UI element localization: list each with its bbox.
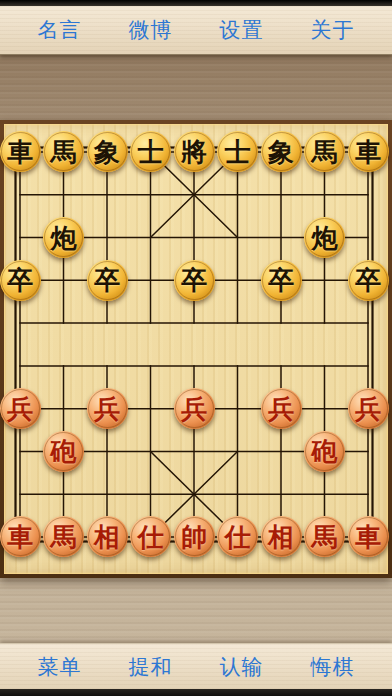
board-point-c5[interactable] (85, 302, 129, 345)
board-point-b2[interactable]: 砲 (42, 430, 86, 473)
board-point-b1[interactable] (42, 473, 86, 516)
board-point-a3[interactable]: 兵 (0, 387, 42, 430)
red-pawn-piece[interactable]: 兵 (87, 388, 128, 429)
resign-button[interactable]: 认输 (214, 651, 270, 683)
board-point-i3[interactable]: 兵 (346, 387, 390, 430)
board-point-a2[interactable] (0, 430, 42, 473)
board-point-i7[interactable] (346, 216, 390, 259)
red-advisor-piece[interactable]: 仕 (217, 516, 258, 557)
red-pawn-piece[interactable]: 兵 (0, 388, 41, 429)
board-point-f9[interactable]: 士 (216, 131, 260, 174)
board-point-h1[interactable] (303, 473, 347, 516)
board-point-g9[interactable]: 象 (259, 131, 303, 174)
board-point-h5[interactable] (303, 302, 347, 345)
red-horse-piece[interactable]: 馬 (304, 516, 345, 557)
board-point-d3[interactable] (129, 387, 173, 430)
black-horse-piece[interactable]: 馬 (43, 131, 84, 172)
board-point-f4[interactable] (216, 344, 260, 387)
board-point-d4[interactable] (129, 344, 173, 387)
board-point-h7[interactable]: 炮 (303, 216, 347, 259)
board-point-c7[interactable] (85, 216, 129, 259)
board-point-h3[interactable] (303, 387, 347, 430)
board-point-a0[interactable]: 車 (0, 515, 42, 558)
board-point-b9[interactable]: 馬 (42, 131, 86, 174)
black-general-piece[interactable]: 將 (174, 131, 215, 172)
board-point-g0[interactable]: 相 (259, 515, 303, 558)
board-point-f8[interactable] (216, 173, 260, 216)
red-general-piece[interactable]: 帥 (174, 516, 215, 557)
board-point-h8[interactable] (303, 173, 347, 216)
board-point-f7[interactable] (216, 216, 260, 259)
black-elephant-piece[interactable]: 象 (87, 131, 128, 172)
red-cannon-piece[interactable]: 砲 (43, 431, 84, 472)
bottom-toolbar: 菜单 提和 认输 悔棋 (0, 643, 392, 689)
black-horse-piece[interactable]: 馬 (304, 131, 345, 172)
red-pawn-piece[interactable]: 兵 (348, 388, 389, 429)
red-advisor-piece[interactable]: 仕 (130, 516, 171, 557)
board-point-d9[interactable]: 士 (129, 131, 173, 174)
black-chariot-piece[interactable]: 車 (0, 131, 41, 172)
black-pawn-piece[interactable]: 卒 (0, 260, 41, 301)
board-point-e6[interactable]: 卒 (172, 259, 216, 302)
black-pawn-piece[interactable]: 卒 (261, 260, 302, 301)
board-point-g7[interactable] (259, 216, 303, 259)
board-point-a8[interactable] (0, 173, 42, 216)
board-point-h6[interactable] (303, 259, 347, 302)
board-point-e3[interactable]: 兵 (172, 387, 216, 430)
board-point-a9[interactable]: 車 (0, 131, 42, 174)
board-point-f3[interactable] (216, 387, 260, 430)
black-advisor-piece[interactable]: 士 (130, 131, 171, 172)
black-advisor-piece[interactable]: 士 (217, 131, 258, 172)
board-point-g3[interactable]: 兵 (259, 387, 303, 430)
board-point-f2[interactable] (216, 430, 260, 473)
board-point-b7[interactable]: 炮 (42, 216, 86, 259)
board-point-i5[interactable] (346, 302, 390, 345)
menu-button[interactable]: 菜单 (32, 651, 88, 683)
board-point-e2[interactable] (172, 430, 216, 473)
black-cannon-piece[interactable]: 炮 (304, 217, 345, 258)
red-elephant-piece[interactable]: 相 (87, 516, 128, 557)
board-point-g2[interactable] (259, 430, 303, 473)
board-point-d8[interactable] (129, 173, 173, 216)
board-point-a5[interactable] (0, 302, 42, 345)
black-cannon-piece[interactable]: 炮 (43, 217, 84, 258)
board-point-h9[interactable]: 馬 (303, 131, 347, 174)
board-point-i4[interactable] (346, 344, 390, 387)
board-point-b6[interactable] (42, 259, 86, 302)
about-button[interactable]: 关于 (305, 14, 361, 46)
board-point-d7[interactable] (129, 216, 173, 259)
board-point-e5[interactable] (172, 302, 216, 345)
board-point-d6[interactable] (129, 259, 173, 302)
weibo-button[interactable]: 微博 (123, 14, 179, 46)
board-point-g6[interactable]: 卒 (259, 259, 303, 302)
board-point-a6[interactable]: 卒 (0, 259, 42, 302)
app-screen: 名言 微博 设置 关于 (0, 0, 392, 696)
board-point-i1[interactable] (346, 473, 390, 516)
board-point-b8[interactable] (42, 173, 86, 216)
board-point-g1[interactable] (259, 473, 303, 516)
xiangqi-board: 車馬象士將士象馬車炮炮卒卒卒卒卒兵兵兵兵兵砲砲車馬相仕帥仕相馬車 (4, 124, 388, 574)
board-point-f0[interactable]: 仕 (216, 515, 260, 558)
board-point-c9[interactable]: 象 (85, 131, 129, 174)
board-point-i8[interactable] (346, 173, 390, 216)
red-pawn-piece[interactable]: 兵 (174, 388, 215, 429)
board-point-b3[interactable] (42, 387, 86, 430)
board-point-f1[interactable] (216, 473, 260, 516)
board-point-g5[interactable] (259, 302, 303, 345)
board-frame: 車馬象士將士象馬車炮炮卒卒卒卒卒兵兵兵兵兵砲砲車馬相仕帥仕相馬車 (0, 120, 392, 578)
board-point-c2[interactable] (85, 430, 129, 473)
board-point-d2[interactable] (129, 430, 173, 473)
board-point-a1[interactable] (0, 473, 42, 516)
red-elephant-piece[interactable]: 相 (261, 516, 302, 557)
board-point-h0[interactable]: 馬 (303, 515, 347, 558)
board-point-e9[interactable]: 將 (172, 131, 216, 174)
board-point-f5[interactable] (216, 302, 260, 345)
board-point-a4[interactable] (0, 344, 42, 387)
board-point-d0[interactable]: 仕 (129, 515, 173, 558)
board-point-i2[interactable] (346, 430, 390, 473)
board-point-h2[interactable]: 砲 (303, 430, 347, 473)
board-point-c8[interactable] (85, 173, 129, 216)
board-point-c4[interactable] (85, 344, 129, 387)
red-pawn-piece[interactable]: 兵 (261, 388, 302, 429)
undo-move-button[interactable]: 悔棋 (305, 651, 361, 683)
board-point-f6[interactable] (216, 259, 260, 302)
board-point-c6[interactable]: 卒 (85, 259, 129, 302)
black-elephant-piece[interactable]: 象 (261, 131, 302, 172)
board-grid: 車馬象士將士象馬車炮炮卒卒卒卒卒兵兵兵兵兵砲砲車馬相仕帥仕相馬車 (0, 131, 390, 559)
board-point-d5[interactable] (129, 302, 173, 345)
black-chariot-piece[interactable]: 車 (348, 131, 389, 172)
board-point-e4[interactable] (172, 344, 216, 387)
board-point-i9[interactable]: 車 (346, 131, 390, 174)
board-point-c0[interactable]: 相 (85, 515, 129, 558)
top-toolbar: 名言 微博 设置 关于 (0, 6, 392, 55)
board-point-e1[interactable] (172, 473, 216, 516)
quotes-button[interactable]: 名言 (32, 14, 88, 46)
red-cannon-piece[interactable]: 砲 (304, 431, 345, 472)
board-point-h4[interactable] (303, 344, 347, 387)
red-chariot-piece[interactable]: 車 (348, 516, 389, 557)
board-point-b0[interactable]: 馬 (42, 515, 86, 558)
board-point-g4[interactable] (259, 344, 303, 387)
bottom-edge-strip (0, 689, 392, 696)
offer-draw-button[interactable]: 提和 (123, 651, 179, 683)
black-pawn-piece[interactable]: 卒 (348, 260, 389, 301)
settings-button[interactable]: 设置 (214, 14, 270, 46)
board-point-c1[interactable] (85, 473, 129, 516)
board-point-e8[interactable] (172, 173, 216, 216)
black-pawn-piece[interactable]: 卒 (174, 260, 215, 301)
black-pawn-piece[interactable]: 卒 (87, 260, 128, 301)
red-horse-piece[interactable]: 馬 (43, 516, 84, 557)
board-point-b4[interactable] (42, 344, 86, 387)
board-point-a7[interactable] (0, 216, 42, 259)
board-point-c3[interactable]: 兵 (85, 387, 129, 430)
board-point-i0[interactable]: 車 (346, 515, 390, 558)
board-point-e0[interactable]: 帥 (172, 515, 216, 558)
board-point-e7[interactable] (172, 216, 216, 259)
board-point-b5[interactable] (42, 302, 86, 345)
red-chariot-piece[interactable]: 車 (0, 516, 41, 557)
board-point-i6[interactable]: 卒 (346, 259, 390, 302)
board-point-g8[interactable] (259, 173, 303, 216)
board-point-d1[interactable] (129, 473, 173, 516)
